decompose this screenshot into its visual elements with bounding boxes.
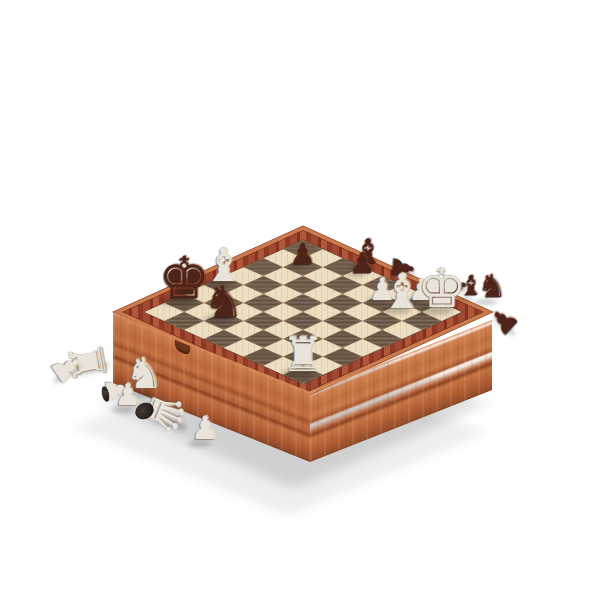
piece-white-rook-h1[interactable]: ♜: [281, 330, 324, 378]
piece-dark-pawn-b7[interactable]: ♟: [290, 240, 316, 269]
chess-set-product-image: ♚♞♟♟♝♟♝♟♚♜♟♜♟♟♞♛♟♝♟♟♝♞♟: [0, 0, 600, 600]
piece-dark-knight-c2[interactable]: ♞: [204, 280, 243, 324]
piece-dark-knight-rim-corner-knight[interactable]: ♞: [478, 270, 507, 302]
piece-white-pawn-standing-pawn-front[interactable]: ♟: [191, 412, 220, 444]
piece-dark-king-a2[interactable]: ♚: [158, 249, 210, 307]
piece-white-king-h8[interactable]: ♚: [417, 261, 466, 316]
